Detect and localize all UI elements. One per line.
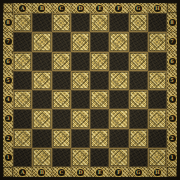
square-h6[interactable] bbox=[148, 52, 167, 71]
file-label-coin: E bbox=[96, 5, 103, 12]
file-label-coin: A bbox=[19, 5, 26, 12]
rank-label-coin: 3 bbox=[169, 115, 176, 122]
file-label-bottom-h: H bbox=[148, 167, 167, 177]
square-a2[interactable] bbox=[13, 129, 32, 148]
file-label-top-b: B bbox=[32, 3, 51, 13]
square-d7[interactable] bbox=[71, 32, 90, 51]
rank-label-left-8: 8 bbox=[3, 13, 13, 32]
square-b2[interactable] bbox=[32, 129, 51, 148]
file-label-coin: H bbox=[154, 5, 161, 12]
file-label-coin: G bbox=[135, 5, 142, 12]
rank-label-right-1: 1 bbox=[167, 148, 177, 167]
square-g8[interactable] bbox=[129, 13, 148, 32]
square-a5[interactable] bbox=[13, 71, 32, 90]
square-d4[interactable] bbox=[71, 90, 90, 109]
square-a8[interactable] bbox=[13, 13, 32, 32]
file-label-coin: B bbox=[38, 5, 45, 12]
square-b1[interactable] bbox=[32, 148, 51, 167]
square-h3[interactable] bbox=[148, 109, 167, 128]
rank-label-right-5: 5 bbox=[167, 71, 177, 90]
square-e4[interactable] bbox=[90, 90, 109, 109]
file-label-coin: A bbox=[19, 169, 26, 176]
square-b5[interactable] bbox=[32, 71, 51, 90]
rank-label-coin: 6 bbox=[169, 58, 176, 65]
square-g1[interactable] bbox=[129, 148, 148, 167]
square-c2[interactable] bbox=[52, 129, 71, 148]
file-label-bottom-g: G bbox=[129, 167, 148, 177]
file-label-top-g: G bbox=[129, 3, 148, 13]
square-d3[interactable] bbox=[71, 109, 90, 128]
rank-label-left-3: 3 bbox=[3, 109, 13, 128]
rank-label-coin: 2 bbox=[169, 135, 176, 142]
square-e2[interactable] bbox=[90, 129, 109, 148]
board-grid: ABCDEFGH8877665544332211ABCDEFGH bbox=[3, 3, 177, 177]
rank-label-right-6: 6 bbox=[167, 52, 177, 71]
rank-label-left-1: 1 bbox=[3, 148, 13, 167]
square-f3[interactable] bbox=[109, 109, 128, 128]
square-h5[interactable] bbox=[148, 71, 167, 90]
rank-label-right-4: 4 bbox=[167, 90, 177, 109]
file-label-bottom-c: C bbox=[52, 167, 71, 177]
file-label-bottom-f: F bbox=[109, 167, 128, 177]
square-f7[interactable] bbox=[109, 32, 128, 51]
rank-label-coin: 4 bbox=[169, 96, 176, 103]
square-f4[interactable] bbox=[109, 90, 128, 109]
file-label-coin: D bbox=[77, 169, 84, 176]
square-h7[interactable] bbox=[148, 32, 167, 51]
border-corner-ornament bbox=[3, 167, 13, 177]
square-e5[interactable] bbox=[90, 71, 109, 90]
square-f1[interactable] bbox=[109, 148, 128, 167]
file-label-bottom-e: E bbox=[90, 167, 109, 177]
file-label-top-e: E bbox=[90, 3, 109, 13]
square-e1[interactable] bbox=[90, 148, 109, 167]
square-e6[interactable] bbox=[90, 52, 109, 71]
square-g7[interactable] bbox=[129, 32, 148, 51]
square-g4[interactable] bbox=[129, 90, 148, 109]
square-a6[interactable] bbox=[13, 52, 32, 71]
rank-label-right-2: 2 bbox=[167, 129, 177, 148]
square-d1[interactable] bbox=[71, 148, 90, 167]
square-c4[interactable] bbox=[52, 90, 71, 109]
square-f5[interactable] bbox=[109, 71, 128, 90]
square-d2[interactable] bbox=[71, 129, 90, 148]
file-label-coin: D bbox=[77, 5, 84, 12]
file-label-bottom-a: A bbox=[13, 167, 32, 177]
square-g3[interactable] bbox=[129, 109, 148, 128]
square-g2[interactable] bbox=[129, 129, 148, 148]
square-a4[interactable] bbox=[13, 90, 32, 109]
file-label-coin: H bbox=[154, 169, 161, 176]
rank-label-coin: 7 bbox=[169, 38, 176, 45]
square-h8[interactable] bbox=[148, 13, 167, 32]
square-f2[interactable] bbox=[109, 129, 128, 148]
file-label-coin: F bbox=[115, 169, 122, 176]
square-e7[interactable] bbox=[90, 32, 109, 51]
rank-label-left-4: 4 bbox=[3, 90, 13, 109]
square-c5[interactable] bbox=[52, 71, 71, 90]
rank-label-coin: 8 bbox=[5, 19, 12, 26]
rank-label-right-8: 8 bbox=[167, 13, 177, 32]
file-label-coin: G bbox=[135, 169, 142, 176]
rank-label-coin: 4 bbox=[5, 96, 12, 103]
rank-label-coin: 8 bbox=[169, 19, 176, 26]
square-e3[interactable] bbox=[90, 109, 109, 128]
file-label-coin: C bbox=[58, 169, 65, 176]
rank-label-left-6: 6 bbox=[3, 52, 13, 71]
rank-label-coin: 6 bbox=[5, 58, 12, 65]
rank-label-left-2: 2 bbox=[3, 129, 13, 148]
square-b4[interactable] bbox=[32, 90, 51, 109]
square-c8[interactable] bbox=[52, 13, 71, 32]
square-g5[interactable] bbox=[129, 71, 148, 90]
square-h1[interactable] bbox=[148, 148, 167, 167]
file-label-coin: C bbox=[58, 5, 65, 12]
square-h4[interactable] bbox=[148, 90, 167, 109]
file-label-top-f: F bbox=[109, 3, 128, 13]
file-label-coin: F bbox=[115, 5, 122, 12]
file-label-coin: B bbox=[38, 169, 45, 176]
rank-label-left-5: 5 bbox=[3, 71, 13, 90]
rank-label-coin: 5 bbox=[169, 77, 176, 84]
square-c3[interactable] bbox=[52, 109, 71, 128]
square-b7[interactable] bbox=[32, 32, 51, 51]
square-d6[interactable] bbox=[71, 52, 90, 71]
rank-label-left-7: 7 bbox=[3, 32, 13, 51]
rank-label-coin: 1 bbox=[5, 154, 12, 161]
square-h2[interactable] bbox=[148, 129, 167, 148]
rank-label-right-7: 7 bbox=[167, 32, 177, 51]
square-b6[interactable] bbox=[32, 52, 51, 71]
rank-label-coin: 3 bbox=[5, 115, 12, 122]
chessboard-frame: ABCDEFGH8877665544332211ABCDEFGH bbox=[0, 0, 180, 180]
file-label-top-a: A bbox=[13, 3, 32, 13]
file-label-bottom-b: B bbox=[32, 167, 51, 177]
square-d5[interactable] bbox=[71, 71, 90, 90]
square-c6[interactable] bbox=[52, 52, 71, 71]
rank-label-coin: 2 bbox=[5, 135, 12, 142]
square-e8[interactable] bbox=[90, 13, 109, 32]
rank-label-right-3: 3 bbox=[167, 109, 177, 128]
border-corner-ornament bbox=[167, 167, 177, 177]
file-label-top-c: C bbox=[52, 3, 71, 13]
square-f6[interactable] bbox=[109, 52, 128, 71]
square-b8[interactable] bbox=[32, 13, 51, 32]
rank-label-coin: 5 bbox=[5, 77, 12, 84]
square-b3[interactable] bbox=[32, 109, 51, 128]
square-a1[interactable] bbox=[13, 148, 32, 167]
square-a7[interactable] bbox=[13, 32, 32, 51]
border-corner-ornament bbox=[167, 3, 177, 13]
square-c7[interactable] bbox=[52, 32, 71, 51]
square-c1[interactable] bbox=[52, 148, 71, 167]
border-corner-ornament bbox=[3, 3, 13, 13]
square-d8[interactable] bbox=[71, 13, 90, 32]
file-label-bottom-d: D bbox=[71, 167, 90, 177]
square-f8[interactable] bbox=[109, 13, 128, 32]
square-a3[interactable] bbox=[13, 109, 32, 128]
square-g6[interactable] bbox=[129, 52, 148, 71]
file-label-top-h: H bbox=[148, 3, 167, 13]
rank-label-coin: 1 bbox=[169, 154, 176, 161]
file-label-top-d: D bbox=[71, 3, 90, 13]
file-label-coin: E bbox=[96, 169, 103, 176]
rank-label-coin: 7 bbox=[5, 38, 12, 45]
